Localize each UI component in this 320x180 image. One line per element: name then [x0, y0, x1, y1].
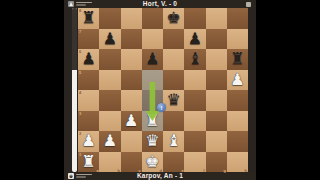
piece-white-king[interactable]: ♚ [142, 152, 163, 173]
rank-label: 3 [79, 111, 81, 116]
eval-bar [72, 8, 77, 172]
board-square[interactable] [206, 29, 227, 50]
flag-icon [246, 2, 251, 7]
board-square[interactable]: ♝ [163, 131, 184, 152]
board-square[interactable]: 8♜ [78, 8, 99, 29]
board-square[interactable]: c [121, 152, 142, 173]
board-square[interactable]: ♛ [163, 90, 184, 111]
piece-white-pawn[interactable]: ♟ [121, 111, 142, 132]
board-square[interactable] [121, 70, 142, 91]
board-square[interactable]: ♚ [163, 8, 184, 29]
board-square[interactable] [184, 111, 205, 132]
board-square[interactable]: 2♟ [78, 131, 99, 152]
board-square[interactable]: 4 [78, 90, 99, 111]
file-label: f [204, 168, 205, 173]
board-square[interactable] [99, 111, 120, 132]
board-square[interactable]: ♛ [142, 131, 163, 152]
piece-black-queen[interactable]: ♛ [163, 90, 184, 111]
board-square[interactable] [99, 70, 120, 91]
piece-white-pawn[interactable]: ♟ [78, 131, 99, 152]
board-square[interactable]: g [206, 152, 227, 173]
chess-board[interactable]: 8♜♚7♟♟6♟♟♝♜5♟4♛3♟♜2♟♟♛♝1a♜bcd♚efgh! [78, 8, 248, 172]
board-square[interactable]: ♜ [142, 111, 163, 132]
board-square[interactable] [99, 49, 120, 70]
top-player-avatar-icon: ♟ [68, 1, 74, 7]
board-square[interactable] [121, 8, 142, 29]
board-square[interactable]: ♟ [99, 29, 120, 50]
file-label: b [118, 168, 120, 173]
piece-black-bishop[interactable]: ♝ [184, 49, 205, 70]
board-square[interactable] [206, 49, 227, 70]
board-square[interactable] [163, 49, 184, 70]
board-square[interactable] [227, 8, 248, 29]
board-square[interactable] [163, 70, 184, 91]
board-square[interactable]: ♟ [142, 49, 163, 70]
board-square[interactable] [184, 90, 205, 111]
board-square[interactable] [163, 111, 184, 132]
piece-white-rook[interactable]: ♜ [78, 152, 99, 173]
board-square[interactable]: 7 [78, 29, 99, 50]
board-square[interactable]: 6♟ [78, 49, 99, 70]
board-square[interactable] [206, 70, 227, 91]
file-label: g [224, 168, 226, 173]
board-square[interactable] [206, 131, 227, 152]
bottom-player-avatar-icon: ♚ [68, 173, 74, 179]
board-square[interactable] [142, 29, 163, 50]
board-square[interactable] [121, 131, 142, 152]
piece-white-rook[interactable]: ♜ [142, 111, 163, 132]
move-classification-badge: ! [157, 103, 166, 112]
board-square[interactable] [121, 90, 142, 111]
board-square[interactable] [99, 8, 120, 29]
top-player-name: Hort, V. - 0 [143, 0, 177, 8]
piece-white-pawn[interactable]: ♟ [99, 131, 120, 152]
piece-white-bishop[interactable]: ♝ [163, 131, 184, 152]
board-square[interactable] [99, 90, 120, 111]
rank-label: 4 [79, 90, 81, 95]
piece-white-queen[interactable]: ♛ [142, 131, 163, 152]
video-frame: ♟ Hort, V. - 0 8♜♚7♟♟6♟♟♝♜5♟4♛3♟♜2♟♟♛♝1a… [64, 0, 256, 180]
board-square[interactable]: ♟ [184, 29, 205, 50]
board-square[interactable] [227, 29, 248, 50]
bottom-player-meta [76, 174, 92, 179]
board-square[interactable]: ♟ [99, 131, 120, 152]
board-square[interactable] [227, 111, 248, 132]
board-square[interactable]: d♚ [142, 152, 163, 173]
board-square[interactable] [184, 131, 205, 152]
piece-black-pawn[interactable]: ♟ [99, 29, 120, 50]
board-square[interactable] [206, 8, 227, 29]
board-square[interactable]: 5 [78, 70, 99, 91]
piece-black-rook[interactable]: ♜ [78, 8, 99, 29]
board-square[interactable]: 3 [78, 111, 99, 132]
piece-black-pawn[interactable]: ♟ [78, 49, 99, 70]
top-player-bar: ♟ Hort, V. - 0 [66, 0, 254, 8]
board-square[interactable] [142, 8, 163, 29]
piece-black-pawn[interactable]: ♟ [142, 49, 163, 70]
rank-label: 5 [79, 70, 81, 75]
piece-black-king[interactable]: ♚ [163, 8, 184, 29]
board-square[interactable] [163, 29, 184, 50]
piece-black-rook[interactable]: ♜ [227, 49, 248, 70]
bottom-player-bar: ♚ Karpov, An - 1 [66, 172, 254, 180]
file-label: e [182, 168, 184, 173]
piece-white-pawn[interactable]: ♟ [227, 70, 248, 91]
board-square[interactable] [227, 90, 248, 111]
board-square[interactable]: ♜ [227, 49, 248, 70]
board-square[interactable]: ♝ [184, 49, 205, 70]
board-square[interactable]: e [163, 152, 184, 173]
eval-bar-black-portion [72, 8, 77, 70]
board-square[interactable] [121, 49, 142, 70]
board-square[interactable]: ♟ [227, 70, 248, 91]
board-square[interactable] [184, 70, 205, 91]
piece-black-pawn[interactable]: ♟ [184, 29, 205, 50]
board-square[interactable]: f [184, 152, 205, 173]
board-square[interactable] [121, 29, 142, 50]
board-square[interactable] [142, 70, 163, 91]
highlight-overlay [142, 70, 163, 91]
board-square[interactable]: h [227, 152, 248, 173]
bottom-player-name: Karpov, An - 1 [137, 172, 183, 180]
rank-label: 7 [79, 29, 81, 34]
board-square[interactable]: 1a♜ [78, 152, 99, 173]
board-square[interactable] [227, 131, 248, 152]
board-square[interactable] [184, 8, 205, 29]
board-square[interactable]: b [99, 152, 120, 173]
board-square[interactable] [206, 111, 227, 132]
top-player-meta [76, 2, 92, 7]
board-square[interactable]: ♟ [121, 111, 142, 132]
board-square[interactable] [206, 90, 227, 111]
